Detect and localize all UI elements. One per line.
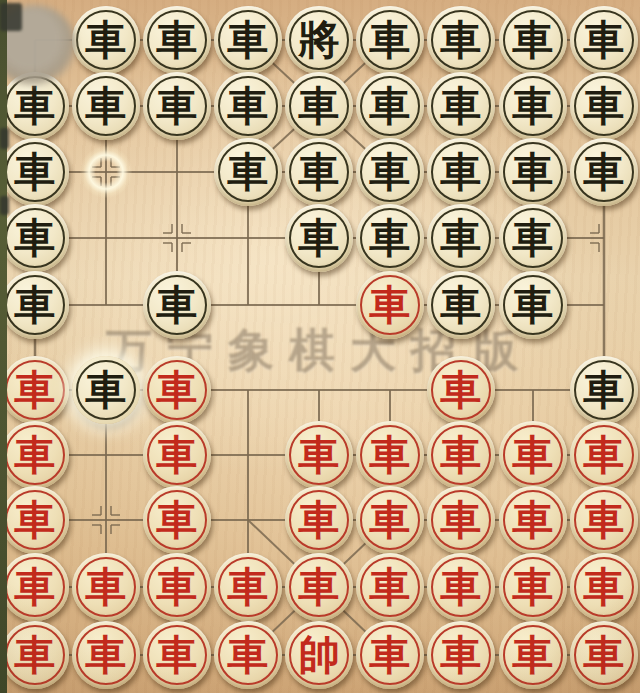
piece-black-chariot[interactable]: 車 xyxy=(143,72,211,140)
piece-red-chariot[interactable]: 車 xyxy=(356,553,424,621)
piece-black-chariot[interactable]: 車 xyxy=(285,138,353,206)
piece-black-chariot[interactable]: 車 xyxy=(499,72,567,140)
piece-red-chariot[interactable]: 車 xyxy=(570,621,638,689)
piece-red-chariot[interactable]: 車 xyxy=(570,421,638,489)
piece-red-chariot[interactable]: 車 xyxy=(427,553,495,621)
piece-red-chariot[interactable]: 車 xyxy=(356,486,424,554)
piece-red-chariot[interactable]: 車 xyxy=(143,621,211,689)
piece-red-chariot[interactable]: 車 xyxy=(214,621,282,689)
piece-black-chariot[interactable]: 車 xyxy=(214,138,282,206)
piece-red-chariot[interactable]: 車 xyxy=(499,486,567,554)
piece-red-general[interactable]: 帥 xyxy=(285,621,353,689)
piece-red-chariot[interactable]: 車 xyxy=(214,553,282,621)
piece-red-chariot[interactable]: 車 xyxy=(427,621,495,689)
piece-red-chariot[interactable]: 車 xyxy=(1,553,69,621)
piece-red-chariot[interactable]: 車 xyxy=(285,486,353,554)
edge-artifact xyxy=(0,196,9,215)
piece-black-chariot[interactable]: 車 xyxy=(499,6,567,74)
piece-red-chariot[interactable]: 車 xyxy=(1,486,69,554)
piece-red-chariot[interactable]: 車 xyxy=(570,553,638,621)
piece-black-chariot[interactable]: 車 xyxy=(499,138,567,206)
edge-artifact xyxy=(0,128,9,149)
piece-red-chariot[interactable]: 車 xyxy=(1,621,69,689)
piece-black-chariot[interactable]: 車 xyxy=(356,138,424,206)
piece-black-chariot[interactable]: 車 xyxy=(427,271,495,339)
piece-red-chariot[interactable]: 車 xyxy=(72,621,140,689)
piece-black-chariot[interactable]: 車 xyxy=(285,204,353,272)
piece-red-chariot[interactable]: 車 xyxy=(143,421,211,489)
piece-black-chariot[interactable]: 車 xyxy=(356,6,424,74)
piece-red-chariot[interactable]: 車 xyxy=(356,271,424,339)
piece-black-chariot[interactable]: 車 xyxy=(356,72,424,140)
piece-black-chariot[interactable]: 車 xyxy=(499,204,567,272)
piece-black-chariot[interactable]: 車 xyxy=(214,6,282,74)
piece-red-chariot[interactable]: 車 xyxy=(427,486,495,554)
piece-red-chariot[interactable]: 車 xyxy=(1,421,69,489)
piece-red-chariot[interactable]: 車 xyxy=(499,621,567,689)
piece-red-chariot[interactable]: 車 xyxy=(499,553,567,621)
piece-black-chariot[interactable]: 車 xyxy=(570,72,638,140)
piece-red-chariot[interactable]: 車 xyxy=(356,621,424,689)
piece-black-general[interactable]: 將 xyxy=(285,6,353,74)
piece-black-chariot[interactable]: 車 xyxy=(72,356,140,424)
xiangqi-board: 万宁象棋大招版 車車車將車車車車車車車車車車車車車車車車車車車車車車車車車車車車… xyxy=(0,0,640,693)
piece-black-chariot[interactable]: 車 xyxy=(427,72,495,140)
board-left-edge xyxy=(0,0,7,693)
piece-black-chariot[interactable]: 車 xyxy=(570,356,638,424)
piece-red-chariot[interactable]: 車 xyxy=(143,553,211,621)
piece-black-chariot[interactable]: 車 xyxy=(1,204,69,272)
piece-black-chariot[interactable]: 車 xyxy=(1,271,69,339)
edge-artifact xyxy=(0,3,22,31)
piece-black-chariot[interactable]: 車 xyxy=(570,138,638,206)
piece-red-chariot[interactable]: 車 xyxy=(72,553,140,621)
piece-red-chariot[interactable]: 車 xyxy=(1,356,69,424)
piece-black-chariot[interactable]: 車 xyxy=(427,204,495,272)
piece-black-chariot[interactable]: 車 xyxy=(356,204,424,272)
piece-black-chariot[interactable]: 車 xyxy=(143,6,211,74)
piece-black-chariot[interactable]: 車 xyxy=(1,138,69,206)
piece-red-chariot[interactable]: 車 xyxy=(285,553,353,621)
piece-black-chariot[interactable]: 車 xyxy=(214,72,282,140)
piece-black-chariot[interactable]: 車 xyxy=(285,72,353,140)
piece-black-chariot[interactable]: 車 xyxy=(1,72,69,140)
piece-black-chariot[interactable]: 車 xyxy=(427,138,495,206)
piece-black-chariot[interactable]: 車 xyxy=(570,6,638,74)
piece-black-chariot[interactable]: 車 xyxy=(427,6,495,74)
piece-red-chariot[interactable]: 車 xyxy=(356,421,424,489)
piece-red-chariot[interactable]: 車 xyxy=(427,356,495,424)
piece-red-chariot[interactable]: 車 xyxy=(499,421,567,489)
piece-black-chariot[interactable]: 車 xyxy=(143,271,211,339)
piece-red-chariot[interactable]: 車 xyxy=(143,486,211,554)
piece-black-chariot[interactable]: 車 xyxy=(499,271,567,339)
piece-black-chariot[interactable]: 車 xyxy=(72,6,140,74)
piece-red-chariot[interactable]: 車 xyxy=(285,421,353,489)
piece-black-chariot[interactable]: 車 xyxy=(72,72,140,140)
piece-red-chariot[interactable]: 車 xyxy=(570,486,638,554)
piece-red-chariot[interactable]: 車 xyxy=(427,421,495,489)
piece-red-chariot[interactable]: 車 xyxy=(143,356,211,424)
